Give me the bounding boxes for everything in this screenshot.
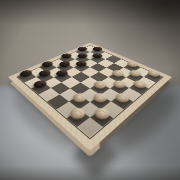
board-grid: ⛂⛀⛀⛂⛂⛀⛂⛀⛀⛂⛂⛀⛂⛀⛀⛂⛂⛀⛂⛀⛀⛂⛂⛀: [16, 45, 163, 139]
checker-light-man[interactable]: ⛀: [109, 69, 125, 78]
checker-light-man[interactable]: ⛀: [125, 60, 140, 68]
checker-dark-man[interactable]: ⛂: [32, 79, 50, 90]
checker-light-man[interactable]: ⛀: [111, 79, 129, 90]
square-r1c8[interactable]: ⛀: [144, 72, 162, 82]
checker-dark-man[interactable]: ⛂: [91, 46, 104, 52]
checkers-scene: ⛂⛀⛀⛂⛂⛀⛂⛀⛀⛂⛂⛀⛂⛀⛀⛂⛂⛀⛂⛀⛀⛂⛂⛀: [0, 0, 180, 180]
checkers-board: ⛂⛀⛀⛂⛂⛀⛂⛀⛀⛂⛂⛀⛂⛀⛀⛂⛂⛀⛂⛀⛀⛂⛂⛀: [8, 42, 172, 150]
checker-dark-man[interactable]: ⛂: [55, 69, 71, 78]
board-perspective-wrap: ⛂⛀⛀⛂⛂⛀⛂⛀⛀⛂⛂⛀⛂⛀⛀⛂⛂⛀⛂⛀⛀⛂⛂⛀: [32, 19, 148, 135]
square-r5c8[interactable]: ⛀: [111, 95, 132, 110]
board-frame: ⛂⛀⛀⛂⛂⛀⛂⛀⛀⛂⛂⛀⛂⛀⛀⛂⛂⛀⛂⛀⛀⛂⛂⛀: [8, 42, 172, 150]
